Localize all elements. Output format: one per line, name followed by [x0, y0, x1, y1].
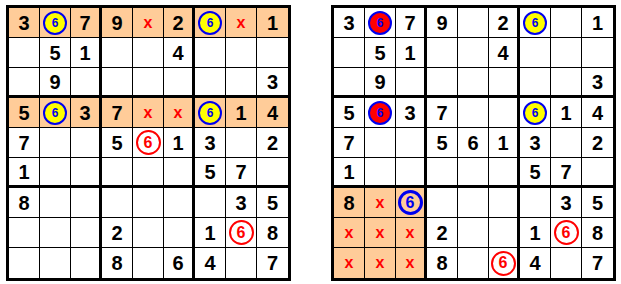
cell-r2c3[interactable]: 1	[71, 38, 102, 68]
placed-digit: 5	[111, 133, 122, 153]
cell-r2c9[interactable]	[582, 38, 613, 68]
placed-digit: 8	[111, 253, 122, 273]
cell-r8c1[interactable]	[9, 218, 40, 248]
cell-r2c1[interactable]	[9, 38, 40, 68]
placed-digit: 7	[235, 162, 246, 182]
cell-r2c5[interactable]	[133, 38, 164, 68]
cell-r5c3[interactable]	[396, 128, 427, 158]
cell-r6c1[interactable]: 1	[9, 158, 40, 188]
placed-digit: 7	[560, 162, 571, 182]
cell-r6c3[interactable]	[71, 158, 102, 188]
cell-r6c8[interactable]: 7	[226, 158, 257, 188]
placed-digit: 3	[267, 72, 278, 92]
cell-r7c9[interactable]: 5	[582, 188, 613, 218]
cell-r3c1[interactable]	[9, 68, 40, 98]
placed-digit: 9	[436, 13, 447, 33]
cell-r9c4[interactable]: 8	[102, 248, 133, 278]
cell-r5c3[interactable]	[71, 128, 102, 158]
cell-r4c9[interactable]: 4	[582, 98, 613, 128]
cell-r7c3[interactable]: 6	[396, 188, 427, 218]
placed-digit: 8	[267, 223, 278, 243]
cell-r8c7[interactable]: 1	[520, 218, 551, 248]
candidate-6-yellow-circle: 6	[43, 101, 67, 125]
placed-digit: 5	[343, 103, 354, 123]
placed-digit: 1	[204, 223, 215, 243]
cell-r8c9[interactable]: 8	[257, 218, 288, 248]
cell-r4c6[interactable]	[489, 98, 520, 128]
cell-r5c5[interactable]: 6	[458, 128, 489, 158]
cell-r1c1[interactable]: 3	[9, 8, 40, 38]
sudoku-board-left: 3679x26x1514935637xx61475613215783521688…	[6, 5, 291, 281]
cell-r5c1[interactable]: 7	[334, 128, 365, 158]
cell-r5c2[interactable]	[365, 128, 396, 158]
cell-r6c4[interactable]	[427, 158, 458, 188]
cell-r5c6[interactable]: 1	[164, 128, 195, 158]
candidate-6-red-disc: 6	[368, 101, 392, 125]
cell-r2c6[interactable]: 4	[489, 38, 520, 68]
placed-digit: 4	[529, 253, 540, 273]
cell-r1c1[interactable]: 3	[334, 8, 365, 38]
cell-r6c8[interactable]: 7	[551, 158, 582, 188]
cell-r3c6[interactable]	[489, 68, 520, 98]
placed-digit: 2	[111, 223, 122, 243]
cell-r3c2[interactable]: 9	[365, 68, 396, 98]
cell-r6c1[interactable]: 1	[334, 158, 365, 188]
placed-digit: 7	[111, 103, 122, 123]
cell-r5c9[interactable]: 2	[582, 128, 613, 158]
cell-r3c5[interactable]	[458, 68, 489, 98]
cell-r6c2[interactable]	[365, 158, 396, 188]
cell-r3c6[interactable]	[164, 68, 195, 98]
cell-r8c3[interactable]	[71, 218, 102, 248]
cell-r8c6[interactable]	[164, 218, 195, 248]
cell-r3c9[interactable]: 3	[582, 68, 613, 98]
cell-r5c9[interactable]: 2	[257, 128, 288, 158]
cell-r4c2[interactable]: 6	[365, 98, 396, 128]
cell-r2c7[interactable]	[520, 38, 551, 68]
elimination-x-mark: x	[174, 105, 183, 121]
cell-r4c2[interactable]: 6	[40, 98, 71, 128]
cell-r5c7[interactable]: 3	[195, 128, 226, 158]
elimination-x-mark: x	[376, 195, 385, 211]
cell-r3c4[interactable]	[102, 68, 133, 98]
cell-r4c3[interactable]: 3	[71, 98, 102, 128]
candidate-6-yellow-circle: 6	[43, 11, 67, 35]
cell-r8c4[interactable]: 2	[427, 218, 458, 248]
placed-digit: 2	[592, 133, 603, 153]
elimination-x-mark: x	[376, 255, 385, 271]
six-red-outline-circle: 6	[554, 220, 579, 245]
cell-r1c3[interactable]: 7	[396, 8, 427, 38]
cell-r4c5[interactable]: x	[133, 98, 164, 128]
cell-r7c1[interactable]: 8	[9, 188, 40, 218]
cell-r3c9[interactable]: 3	[257, 68, 288, 98]
placed-digit: 1	[529, 223, 540, 243]
cell-r7c7[interactable]	[195, 188, 226, 218]
cell-r1c2[interactable]: 6	[40, 8, 71, 38]
cell-r9c5[interactable]	[133, 248, 164, 278]
cell-r3c8[interactable]	[226, 68, 257, 98]
placed-digit: 3	[18, 13, 29, 33]
six-blue-outline-circle: 6	[398, 190, 423, 215]
placed-digit: 8	[592, 223, 603, 243]
cell-r8c8[interactable]: 6	[226, 218, 257, 248]
cell-r1c8[interactable]: x	[226, 8, 257, 38]
elimination-x-mark: x	[345, 225, 354, 241]
placed-digit: 5	[529, 162, 540, 182]
cell-r3c3[interactable]	[71, 68, 102, 98]
placed-digit: 7	[436, 103, 447, 123]
cell-r1c8[interactable]	[551, 8, 582, 38]
cell-r4c1[interactable]: 5	[334, 98, 365, 128]
placed-digit: 1	[404, 43, 415, 63]
cell-r1c4[interactable]: 9	[427, 8, 458, 38]
candidate-6-yellow-circle: 6	[523, 11, 547, 35]
placed-digit: 8	[436, 253, 447, 273]
cell-r3c3[interactable]	[396, 68, 427, 98]
cell-r6c6[interactable]	[164, 158, 195, 188]
cell-r3c2[interactable]: 9	[40, 68, 71, 98]
cell-r2c9[interactable]	[257, 38, 288, 68]
cell-r1c2[interactable]: 6	[365, 8, 396, 38]
cell-r9c3[interactable]: x	[396, 248, 427, 278]
cell-r3c8[interactable]	[551, 68, 582, 98]
cell-r9c5[interactable]	[458, 248, 489, 278]
cell-r9c6[interactable]: 6	[164, 248, 195, 278]
cell-r9c8[interactable]	[226, 248, 257, 278]
cell-r3c4[interactable]	[427, 68, 458, 98]
placed-digit: 1	[79, 43, 90, 63]
cell-r6c4[interactable]	[102, 158, 133, 188]
cell-r7c7[interactable]	[520, 188, 551, 218]
cell-r6c6[interactable]	[489, 158, 520, 188]
placed-digit: 9	[111, 13, 122, 33]
cell-r1c5[interactable]	[458, 8, 489, 38]
placed-digit: 3	[560, 193, 571, 213]
cell-r2c4[interactable]	[427, 38, 458, 68]
cell-r9c9[interactable]: 7	[582, 248, 613, 278]
cell-r7c4[interactable]	[102, 188, 133, 218]
cell-r2c2[interactable]: 5	[365, 38, 396, 68]
placed-digit: 5	[436, 133, 447, 153]
placed-digit: 3	[343, 13, 354, 33]
cell-r7c5[interactable]	[133, 188, 164, 218]
placed-digit: 1	[172, 133, 183, 153]
six-red-outline-circle: 6	[136, 130, 161, 155]
cell-r8c2[interactable]: x	[365, 218, 396, 248]
candidate-6-red-disc: 6	[368, 11, 392, 35]
cell-r6c5[interactable]	[133, 158, 164, 188]
cell-r5c1[interactable]: 7	[9, 128, 40, 158]
cell-r5c7[interactable]: 3	[520, 128, 551, 158]
cell-r7c2[interactable]: x	[365, 188, 396, 218]
cell-r9c6[interactable]: 6	[489, 248, 520, 278]
elimination-x-mark: x	[406, 255, 415, 271]
placed-digit: 1	[592, 13, 603, 33]
cell-r9c7[interactable]: 4	[520, 248, 551, 278]
placed-digit: 1	[560, 103, 571, 123]
cell-r6c9[interactable]	[582, 158, 613, 188]
placed-digit: 5	[374, 43, 385, 63]
elimination-x-mark: x	[345, 255, 354, 271]
cell-r1c9[interactable]: 1	[582, 8, 613, 38]
placed-digit: 8	[343, 193, 354, 213]
placed-digit: 5	[592, 193, 603, 213]
cell-r4c8[interactable]: 1	[551, 98, 582, 128]
cell-r8c2[interactable]	[40, 218, 71, 248]
cell-r9c1[interactable]	[9, 248, 40, 278]
placed-digit: 3	[529, 133, 540, 153]
cell-r2c1[interactable]	[334, 38, 365, 68]
cell-r1c5[interactable]: x	[133, 8, 164, 38]
cell-r1c3[interactable]: 7	[71, 8, 102, 38]
placed-digit: 3	[235, 193, 246, 213]
placed-digit: 7	[79, 13, 90, 33]
placed-digit: 7	[343, 133, 354, 153]
cell-r4c7[interactable]: 6	[195, 98, 226, 128]
placed-digit: 6	[172, 253, 183, 273]
cell-r2c2[interactable]: 5	[40, 38, 71, 68]
placed-digit: 1	[343, 162, 354, 182]
cell-r7c1[interactable]: 8	[334, 188, 365, 218]
cell-r1c7[interactable]: 6	[195, 8, 226, 38]
cell-r9c7[interactable]: 4	[195, 248, 226, 278]
cell-r6c3[interactable]	[396, 158, 427, 188]
placed-digit: 4	[592, 103, 603, 123]
cell-r9c2[interactable]: x	[365, 248, 396, 278]
cell-r9c3[interactable]	[71, 248, 102, 278]
cell-r6c5[interactable]	[458, 158, 489, 188]
cell-r7c5[interactable]	[458, 188, 489, 218]
cell-r8c7[interactable]: 1	[195, 218, 226, 248]
cell-r4c8[interactable]: 1	[226, 98, 257, 128]
cell-r7c2[interactable]	[40, 188, 71, 218]
cell-r5c6[interactable]: 1	[489, 128, 520, 158]
cell-r9c1[interactable]: x	[334, 248, 365, 278]
placed-digit: 7	[18, 133, 29, 153]
cell-r3c5[interactable]	[133, 68, 164, 98]
cell-r2c4[interactable]	[102, 38, 133, 68]
cell-r8c6[interactable]	[489, 218, 520, 248]
sudoku-two-panel-diagram: { "game": "sudoku — two-panel solving-te…	[0, 0, 621, 284]
cell-r5c4[interactable]: 5	[102, 128, 133, 158]
placed-digit: 7	[267, 253, 278, 273]
cell-r3c7[interactable]	[520, 68, 551, 98]
cell-r2c5[interactable]	[458, 38, 489, 68]
cell-r2c7[interactable]	[195, 38, 226, 68]
placed-digit: 1	[497, 133, 508, 153]
placed-digit: 3	[204, 133, 215, 153]
cell-r5c5[interactable]: 6	[133, 128, 164, 158]
cell-r4c5[interactable]	[458, 98, 489, 128]
cell-r6c7[interactable]: 5	[195, 158, 226, 188]
cell-r9c2[interactable]	[40, 248, 71, 278]
placed-digit: 3	[79, 103, 90, 123]
cell-r8c5[interactable]	[458, 218, 489, 248]
placed-digit: 2	[436, 223, 447, 243]
placed-digit: 5	[18, 103, 29, 123]
placed-digit: 5	[204, 162, 215, 182]
placed-digit: 4	[497, 43, 508, 63]
elimination-x-mark: x	[406, 225, 415, 241]
cell-r8c9[interactable]: 8	[582, 218, 613, 248]
cell-r8c1[interactable]: x	[334, 218, 365, 248]
cell-r2c8[interactable]	[551, 38, 582, 68]
placed-digit: 1	[267, 13, 278, 33]
cell-r7c8[interactable]: 3	[226, 188, 257, 218]
placed-digit: 9	[374, 72, 385, 92]
cell-r1c6[interactable]: 2	[489, 8, 520, 38]
cell-r5c8[interactable]	[226, 128, 257, 158]
placed-digit: 3	[592, 72, 603, 92]
placed-digit: 9	[49, 72, 60, 92]
cell-r4c6[interactable]: x	[164, 98, 195, 128]
placed-digit: 2	[497, 13, 508, 33]
placed-digit: 4	[204, 253, 215, 273]
cell-r7c8[interactable]: 3	[551, 188, 582, 218]
sudoku-board-right: 36792615149356376147561321578x635xxx2168…	[331, 5, 616, 281]
cell-r4c4[interactable]: 7	[427, 98, 458, 128]
cell-r3c7[interactable]	[195, 68, 226, 98]
cell-r8c3[interactable]: x	[396, 218, 427, 248]
placed-digit: 2	[172, 13, 183, 33]
cell-r1c4[interactable]: 9	[102, 8, 133, 38]
cell-r7c6[interactable]	[489, 188, 520, 218]
six-red-outline-circle: 6	[229, 220, 254, 245]
cell-r6c9[interactable]	[257, 158, 288, 188]
cell-r2c6[interactable]: 4	[164, 38, 195, 68]
placed-digit: 4	[172, 43, 183, 63]
cell-r8c8[interactable]: 6	[551, 218, 582, 248]
cell-r5c2[interactable]	[40, 128, 71, 158]
candidate-6-yellow-circle: 6	[523, 101, 547, 125]
cell-r4c1[interactable]: 5	[9, 98, 40, 128]
cell-r9c8[interactable]	[551, 248, 582, 278]
cell-r3c1[interactable]	[334, 68, 365, 98]
cell-r1c7[interactable]: 6	[520, 8, 551, 38]
placed-digit: 5	[267, 193, 278, 213]
cell-r9c4[interactable]: 8	[427, 248, 458, 278]
cell-r5c4[interactable]: 5	[427, 128, 458, 158]
placed-digit: 7	[592, 253, 603, 273]
placed-digit: 2	[267, 133, 278, 153]
cell-r9c9[interactable]: 7	[257, 248, 288, 278]
elimination-x-mark: x	[237, 15, 246, 31]
cell-r1c9[interactable]: 1	[257, 8, 288, 38]
cell-r1c6[interactable]: 2	[164, 8, 195, 38]
cell-r6c2[interactable]	[40, 158, 71, 188]
six-red-outline-circle: 6	[491, 251, 516, 276]
cell-r7c6[interactable]	[164, 188, 195, 218]
cell-r7c4[interactable]	[427, 188, 458, 218]
placed-digit: 3	[404, 103, 415, 123]
cell-r4c3[interactable]: 3	[396, 98, 427, 128]
placed-digit: 1	[235, 103, 246, 123]
cell-r4c9[interactable]: 4	[257, 98, 288, 128]
placed-digit: 8	[18, 193, 29, 213]
cell-r2c3[interactable]: 1	[396, 38, 427, 68]
cell-r8c5[interactable]	[133, 218, 164, 248]
cell-r7c3[interactable]	[71, 188, 102, 218]
placed-digit: 1	[18, 162, 29, 182]
cell-r5c8[interactable]	[551, 128, 582, 158]
elimination-x-mark: x	[376, 225, 385, 241]
placed-digit: 6	[467, 133, 478, 153]
placed-digit: 7	[404, 13, 415, 33]
cell-r7c9[interactable]: 5	[257, 188, 288, 218]
cell-r2c8[interactable]	[226, 38, 257, 68]
placed-digit: 5	[49, 43, 60, 63]
cell-r4c4[interactable]: 7	[102, 98, 133, 128]
elimination-x-mark: x	[144, 15, 153, 31]
cell-r6c7[interactable]: 5	[520, 158, 551, 188]
candidate-6-yellow-circle: 6	[198, 11, 222, 35]
elimination-x-mark: x	[144, 105, 153, 121]
cell-r4c7[interactable]: 6	[520, 98, 551, 128]
placed-digit: 4	[267, 103, 278, 123]
cell-r8c4[interactable]: 2	[102, 218, 133, 248]
candidate-6-yellow-circle: 6	[198, 101, 222, 125]
